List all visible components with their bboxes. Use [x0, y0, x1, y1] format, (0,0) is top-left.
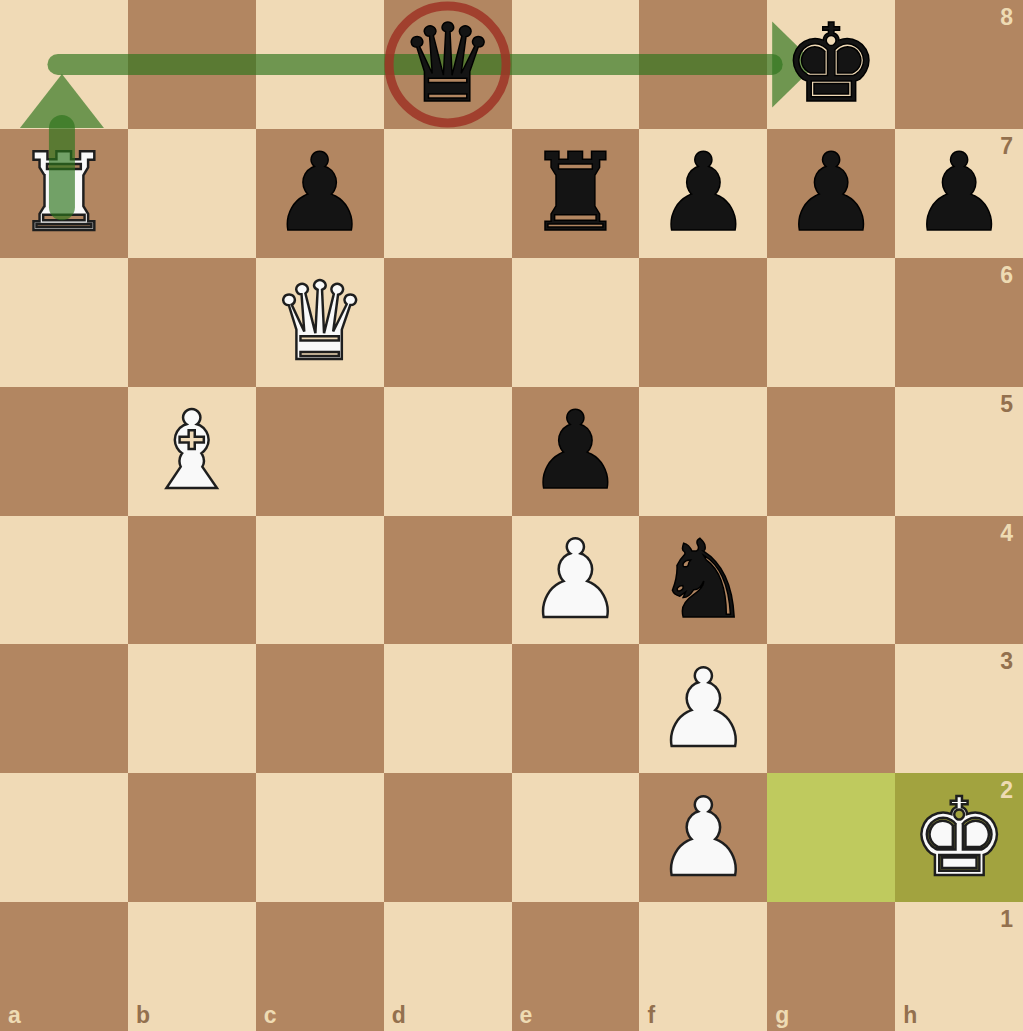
- file-label-f: f: [647, 1004, 655, 1027]
- piece-white-rook[interactable]: ♜: [16, 139, 113, 247]
- rank-label-6: 6: [1000, 264, 1013, 287]
- square-a8[interactable]: [0, 0, 128, 129]
- square-b2[interactable]: [128, 773, 256, 902]
- square-g7[interactable]: ♟: [767, 129, 895, 258]
- square-g1[interactable]: g: [767, 902, 895, 1031]
- square-h8[interactable]: 8: [895, 0, 1023, 129]
- rank-label-3: 3: [1000, 650, 1013, 673]
- square-c7[interactable]: ♟: [256, 129, 384, 258]
- square-e5[interactable]: ♟: [512, 387, 640, 516]
- square-h7[interactable]: 7♟: [895, 129, 1023, 258]
- file-label-b: b: [136, 1004, 150, 1027]
- square-d3[interactable]: [384, 644, 512, 773]
- square-a5[interactable]: [0, 387, 128, 516]
- rank-label-5: 5: [1000, 393, 1013, 416]
- file-label-d: d: [392, 1004, 406, 1027]
- piece-black-pawn[interactable]: ♟: [911, 139, 1008, 247]
- square-e2[interactable]: [512, 773, 640, 902]
- piece-black-king[interactable]: ♚: [783, 10, 880, 118]
- file-label-h: h: [903, 1004, 917, 1027]
- square-d6[interactable]: [384, 258, 512, 387]
- square-a7[interactable]: ♜: [0, 129, 128, 258]
- piece-white-king[interactable]: ♚: [911, 784, 1008, 892]
- square-c5[interactable]: [256, 387, 384, 516]
- piece-white-pawn[interactable]: ♟: [655, 784, 752, 892]
- square-d7[interactable]: [384, 129, 512, 258]
- square-g8[interactable]: ♚: [767, 0, 895, 129]
- square-b6[interactable]: [128, 258, 256, 387]
- square-a6[interactable]: [0, 258, 128, 387]
- piece-black-queen[interactable]: ♛: [399, 10, 496, 118]
- square-c1[interactable]: c: [256, 902, 384, 1031]
- square-g2[interactable]: [767, 773, 895, 902]
- square-e4[interactable]: ♟: [512, 516, 640, 645]
- square-d5[interactable]: [384, 387, 512, 516]
- square-f1[interactable]: f: [639, 902, 767, 1031]
- square-a2[interactable]: [0, 773, 128, 902]
- chess-board: ♛♚8♜♟♜♟♟7♟♛6♝♟5♟♞4♟3♟2♚abcdefg1h: [0, 0, 1023, 1031]
- square-c8[interactable]: [256, 0, 384, 129]
- piece-white-pawn[interactable]: ♟: [527, 526, 624, 634]
- square-c4[interactable]: [256, 516, 384, 645]
- square-g3[interactable]: [767, 644, 895, 773]
- square-d8[interactable]: ♛: [384, 0, 512, 129]
- square-e8[interactable]: [512, 0, 640, 129]
- square-f8[interactable]: [639, 0, 767, 129]
- square-h5[interactable]: 5: [895, 387, 1023, 516]
- square-g4[interactable]: [767, 516, 895, 645]
- square-h1[interactable]: 1h: [895, 902, 1023, 1031]
- piece-white-queen[interactable]: ♛: [271, 268, 368, 376]
- rank-label-1: 1: [1000, 908, 1013, 931]
- square-e7[interactable]: ♜: [512, 129, 640, 258]
- square-a1[interactable]: a: [0, 902, 128, 1031]
- piece-black-pawn[interactable]: ♟: [783, 139, 880, 247]
- square-e1[interactable]: e: [512, 902, 640, 1031]
- square-g6[interactable]: [767, 258, 895, 387]
- file-label-c: c: [264, 1004, 277, 1027]
- square-b4[interactable]: [128, 516, 256, 645]
- square-d4[interactable]: [384, 516, 512, 645]
- piece-white-bishop[interactable]: ♝: [143, 397, 240, 505]
- piece-black-pawn[interactable]: ♟: [527, 397, 624, 505]
- square-b1[interactable]: b: [128, 902, 256, 1031]
- square-f5[interactable]: [639, 387, 767, 516]
- square-d1[interactable]: d: [384, 902, 512, 1031]
- file-label-g: g: [775, 1004, 789, 1027]
- square-f6[interactable]: [639, 258, 767, 387]
- square-c6[interactable]: ♛: [256, 258, 384, 387]
- square-d2[interactable]: [384, 773, 512, 902]
- file-label-e: e: [520, 1004, 533, 1027]
- square-a3[interactable]: [0, 644, 128, 773]
- square-g5[interactable]: [767, 387, 895, 516]
- square-h6[interactable]: 6: [895, 258, 1023, 387]
- piece-black-rook[interactable]: ♜: [527, 139, 624, 247]
- piece-black-pawn[interactable]: ♟: [655, 139, 752, 247]
- square-c2[interactable]: [256, 773, 384, 902]
- piece-black-pawn[interactable]: ♟: [271, 139, 368, 247]
- square-h2[interactable]: 2♚: [895, 773, 1023, 902]
- square-e6[interactable]: [512, 258, 640, 387]
- rank-label-8: 8: [1000, 6, 1013, 29]
- square-f3[interactable]: ♟: [639, 644, 767, 773]
- piece-black-knight[interactable]: ♞: [655, 526, 752, 634]
- square-b5[interactable]: ♝: [128, 387, 256, 516]
- square-b8[interactable]: [128, 0, 256, 129]
- square-f7[interactable]: ♟: [639, 129, 767, 258]
- square-b3[interactable]: [128, 644, 256, 773]
- square-f4[interactable]: ♞: [639, 516, 767, 645]
- piece-white-pawn[interactable]: ♟: [655, 655, 752, 763]
- square-b7[interactable]: [128, 129, 256, 258]
- square-h3[interactable]: 3: [895, 644, 1023, 773]
- square-c3[interactable]: [256, 644, 384, 773]
- square-f2[interactable]: ♟: [639, 773, 767, 902]
- square-a4[interactable]: [0, 516, 128, 645]
- square-h4[interactable]: 4: [895, 516, 1023, 645]
- file-label-a: a: [8, 1004, 21, 1027]
- square-e3[interactable]: [512, 644, 640, 773]
- rank-label-4: 4: [1000, 522, 1013, 545]
